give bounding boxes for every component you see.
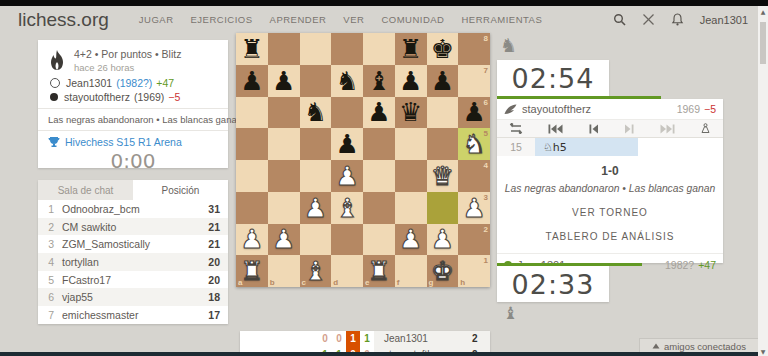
nav-item-aprender[interactable]: APRENDER: [270, 14, 327, 25]
square-g3[interactable]: [427, 192, 459, 224]
coord-rank-6: 6: [484, 98, 488, 107]
standings-score: 20: [208, 256, 220, 268]
current-move[interactable]: ♘h5: [535, 138, 638, 156]
square-e6[interactable]: ♟: [363, 97, 395, 129]
standings-row[interactable]: 6vjap5518: [38, 288, 228, 306]
analysis-board-link[interactable]: TABLERO DE ANÁLISIS: [497, 231, 723, 242]
header-right: Jean1301: [613, 13, 748, 27]
black-pawn: ♟: [268, 65, 300, 97]
coord-file-g: g: [429, 278, 434, 287]
result-text: Las negras abandonaron • Las blancas gan…: [38, 114, 228, 125]
square-d5[interactable]: ♟: [331, 128, 363, 160]
standings-row[interactable]: 3ZGM_Samostically21: [38, 235, 228, 253]
black-player-line: stayoutoftherz (1969) −5: [50, 91, 228, 103]
tournament-link[interactable]: Hivechess S15 R1 Arena: [38, 136, 228, 148]
black-player-rating: (1969): [134, 91, 164, 103]
standings-row[interactable]: 1Odnoobraz_bcm31: [38, 200, 228, 218]
square-c1[interactable]: ♝c: [300, 255, 332, 287]
square-a5[interactable]: [236, 128, 268, 160]
bottom-dark-bar: [0, 352, 758, 356]
square-d4[interactable]: ♟: [331, 160, 363, 192]
black-bishop: ♝: [363, 65, 395, 97]
black-player-rating: 1969: [677, 103, 700, 115]
scrollbar-thumb[interactable]: [760, 22, 766, 64]
black-pawn: ♟: [363, 97, 395, 129]
standings-player: tortyllan: [62, 256, 99, 268]
square-a2[interactable]: ♟: [236, 224, 268, 256]
divider: [38, 108, 228, 109]
square-e8[interactable]: [363, 33, 395, 65]
tab-posicion[interactable]: Posición: [133, 180, 228, 200]
standings-score: 21: [208, 238, 220, 250]
standings-rank: 7: [38, 309, 54, 321]
square-b4[interactable]: [268, 160, 300, 192]
standings-rank: 2: [38, 221, 54, 233]
square-b8[interactable]: [268, 33, 300, 65]
white-pawn: ♟: [395, 224, 427, 256]
black-color-icon: [50, 93, 58, 101]
move-controls: [497, 120, 723, 138]
square-f6[interactable]: ♛: [395, 97, 427, 129]
square-b3[interactable]: [268, 192, 300, 224]
square-e4[interactable]: [363, 160, 395, 192]
square-d3[interactable]: ♝: [331, 192, 363, 224]
square-b1[interactable]: b: [268, 255, 300, 287]
black-pawn: ♟: [331, 128, 363, 160]
coord-file-d: d: [333, 278, 338, 287]
main-nav: JUGAR EJERCICIOS APRENDER VER COMUNIDAD …: [139, 14, 542, 25]
black-player-name[interactable]: stayoutoftherz: [522, 103, 591, 115]
square-g7[interactable]: ♟: [427, 65, 459, 97]
square-e2[interactable]: [363, 224, 395, 256]
game-score-cell[interactable]: 1: [346, 331, 360, 347]
tournament-standings: 1Odnoobraz_bcm312CM sawkito213ZGM_Samost…: [38, 200, 228, 324]
coord-file-c: c: [302, 278, 306, 287]
standings-rank: 5: [38, 274, 54, 286]
square-h8[interactable]: 8: [458, 33, 490, 65]
square-c8[interactable]: [300, 33, 332, 65]
standings-player: FCastro17: [62, 274, 111, 286]
standings-score: 20: [208, 274, 220, 286]
score-sheet-row[interactable]: 0011Jean13012: [240, 331, 490, 347]
black-pawn: ♟: [427, 65, 459, 97]
friends-online-toggle[interactable]: amigos conectados: [639, 338, 758, 353]
result-reason: Las negras abandonaron • Las blancas gan…: [497, 183, 723, 194]
square-c5[interactable]: [300, 128, 332, 160]
last-move-icon[interactable]: [660, 124, 675, 134]
square-f3[interactable]: [395, 192, 427, 224]
white-color-icon: [50, 78, 60, 88]
game-result: 1-0: [497, 164, 723, 178]
square-g1[interactable]: ♚g: [427, 255, 459, 287]
square-f1[interactable]: f: [395, 255, 427, 287]
square-c2[interactable]: [300, 224, 332, 256]
blitz-flame-icon: [48, 49, 66, 73]
coord-rank-1: 1: [484, 256, 488, 265]
black-knight: ♞: [331, 65, 363, 97]
standings-score: 21: [208, 221, 220, 233]
coord-rank-4: 4: [484, 161, 488, 170]
white-queen: ♛: [427, 160, 459, 192]
square-d1[interactable]: d: [331, 255, 363, 287]
tournament-timer: 0:00: [38, 149, 228, 173]
sheet-player-total: 2: [472, 331, 490, 347]
flip-board-icon[interactable]: [509, 123, 523, 134]
square-e7[interactable]: ♝: [363, 65, 395, 97]
spacer: [240, 331, 318, 347]
square-d2[interactable]: [331, 224, 363, 256]
sheet-player-name: Jean1301: [374, 331, 472, 347]
coord-rank-3: 3: [484, 193, 488, 202]
chess-board: ♜♜♚8♟♟♞♝♟♟7♞♟♛♟6♟♞5♟♛4♟♝♟3♟♟♟♟2♜ab♝cd♜ef…: [236, 33, 490, 287]
white-pawn: ♟: [236, 224, 268, 256]
standings-player: emichessmaster: [62, 309, 138, 321]
white-player-rating: (1982?): [116, 77, 152, 89]
square-a7[interactable]: ♟: [236, 65, 268, 97]
coord-rank-7: 7: [484, 66, 488, 75]
standings-player: Odnoobraz_bcm: [62, 203, 140, 215]
captured-bishop-icon: ♝: [503, 303, 518, 323]
move-list-row: 15 ♘h5: [497, 138, 723, 156]
white-player-rating: 1982?: [665, 259, 694, 271]
coord-rank-8: 8: [484, 34, 488, 43]
white-bishop: ♝: [331, 192, 363, 224]
nav-item-comunidad[interactable]: COMUNIDAD: [381, 14, 444, 25]
trophy-icon: [48, 136, 60, 148]
game-side-panel: stayoutoftherz 1969 −5 1: [497, 99, 723, 263]
square-b7[interactable]: ♟: [268, 65, 300, 97]
nav-item-jugar[interactable]: JUGAR: [139, 14, 174, 25]
square-a1[interactable]: ♜a: [236, 255, 268, 287]
coord-file-a: a: [238, 278, 242, 287]
white-pawn: ♟: [427, 224, 459, 256]
standings-row[interactable]: 7emichessmaster17: [38, 306, 228, 324]
square-f4[interactable]: [395, 160, 427, 192]
coord-rank-2: 2: [484, 225, 488, 234]
square-h2[interactable]: 2: [458, 224, 490, 256]
square-e1[interactable]: ♜e: [363, 255, 395, 287]
game-score-cell[interactable]: 1: [360, 331, 374, 347]
black-rook: ♜: [395, 33, 427, 65]
square-f8[interactable]: ♜: [395, 33, 427, 65]
collapse-up-icon: [652, 343, 660, 349]
square-f7[interactable]: ♟: [395, 65, 427, 97]
coord-file-f: f: [397, 278, 400, 287]
scroll-up-arrow[interactable]: ▲: [758, 6, 768, 16]
square-g4[interactable]: ♛: [427, 160, 459, 192]
coord-rank-5: 5: [484, 129, 488, 138]
nav-item-herramientas[interactable]: HERRAMIENTAS: [461, 14, 542, 25]
white-rating-delta: +47: [698, 259, 716, 271]
challenges-icon[interactable]: [642, 13, 656, 27]
scroll-down-arrow[interactable]: ▼: [758, 346, 768, 356]
black-rook: ♜: [236, 33, 268, 65]
nav-item-ver[interactable]: VER: [343, 14, 364, 25]
standings-player: ZGM_Samostically: [62, 238, 150, 250]
square-c7[interactable]: [300, 65, 332, 97]
coord-file-e: e: [365, 278, 369, 287]
tournament-name[interactable]: Hivechess S15 R1 Arena: [65, 136, 182, 148]
square-c6[interactable]: ♞: [300, 97, 332, 129]
black-pawn: ♟: [395, 65, 427, 97]
square-d7[interactable]: ♞: [331, 65, 363, 97]
view-tournament-link[interactable]: VER TORNEO: [497, 207, 723, 218]
square-h3[interactable]: ♟3: [458, 192, 490, 224]
standings-row[interactable]: 2CM sawkito21: [38, 218, 228, 236]
square-f5[interactable]: [395, 128, 427, 160]
standings-rank: 4: [38, 256, 54, 268]
square-h1[interactable]: 1h: [458, 255, 490, 287]
standings-score: 31: [208, 203, 220, 215]
site-header: lichess.org JUGAR EJERCICIOS APRENDER VE…: [0, 6, 758, 33]
standings-player: CM sawkito: [62, 221, 116, 233]
white-rating-delta: +47: [156, 77, 174, 89]
white-pawn: ♟: [331, 160, 363, 192]
black-clock: 02:54: [497, 60, 609, 96]
nav-item-ejercicios[interactable]: EJERCICIOS: [191, 14, 253, 25]
square-h4[interactable]: 4: [458, 160, 490, 192]
game-score-cell[interactable]: 0: [318, 331, 332, 347]
square-h5[interactable]: ♞5: [458, 128, 490, 160]
black-pawn: ♟: [236, 65, 268, 97]
square-g6[interactable]: [427, 97, 459, 129]
search-icon[interactable]: [613, 13, 627, 27]
black-player-name[interactable]: stayoutoftherz: [64, 91, 130, 103]
time-control-label: 4+2 • Por puntos • Blitz: [74, 48, 181, 60]
square-a3[interactable]: [236, 192, 268, 224]
analysis-flask-icon[interactable]: [700, 123, 711, 134]
standings-row[interactable]: 4tortyllan20: [38, 253, 228, 271]
white-player-name[interactable]: Jean1301: [66, 77, 112, 89]
white-pawn: ♟: [268, 224, 300, 256]
square-e3[interactable]: [363, 192, 395, 224]
square-h6[interactable]: ♟6: [458, 97, 490, 129]
username-menu[interactable]: Jean1301: [700, 14, 748, 26]
standings-rank: 6: [38, 291, 54, 303]
friends-online-label: amigos conectados: [664, 341, 746, 352]
square-b6[interactable]: [268, 97, 300, 129]
coord-file-b: b: [270, 278, 275, 287]
square-d8[interactable]: [331, 33, 363, 65]
standings-player: vjap55: [62, 291, 93, 303]
square-a4[interactable]: [236, 160, 268, 192]
game-meta-card: 4+2 • Por puntos • Blitz hace 26 horas J…: [38, 40, 228, 168]
previous-move-icon[interactable]: [589, 124, 599, 134]
standings-rank: 3: [38, 238, 54, 250]
square-b5[interactable]: [268, 128, 300, 160]
page-scrollbar: ▲ ▼: [758, 6, 768, 356]
square-g8[interactable]: ♚: [427, 33, 459, 65]
game-score-cell[interactable]: 0: [332, 331, 346, 347]
black-rating-delta: −5: [168, 91, 180, 103]
notifications-bell-icon[interactable]: [671, 13, 685, 27]
black-rating-delta: −5: [704, 103, 716, 115]
square-c4[interactable]: [300, 160, 332, 192]
game-age-label: hace 26 horas: [74, 62, 181, 73]
move-number: 15: [497, 138, 535, 156]
square-g5[interactable]: [427, 128, 459, 160]
square-h7[interactable]: 7: [458, 65, 490, 97]
square-a8[interactable]: ♜: [236, 33, 268, 65]
white-pawn: ♟: [300, 192, 332, 224]
first-move-icon[interactable]: [548, 124, 563, 134]
chat-tabs: Sala de chat Posición: [38, 180, 228, 200]
square-f2[interactable]: ♟: [395, 224, 427, 256]
black-knight: ♞: [300, 97, 332, 129]
square-g2[interactable]: ♟: [427, 224, 459, 256]
next-move-icon[interactable]: [624, 124, 634, 134]
square-e5[interactable]: [363, 128, 395, 160]
white-player-line: Jean1301 (1982?) +47: [50, 77, 228, 89]
chat-standings-card: Sala de chat Posición 1Odnoobraz_bcm312C…: [38, 180, 228, 324]
black-player-row: stayoutoftherz 1969 −5: [497, 99, 723, 120]
square-d6[interactable]: [331, 97, 363, 129]
divider: [38, 130, 228, 131]
square-b2[interactable]: ♟: [268, 224, 300, 256]
standings-row[interactable]: 5FCastro1720: [38, 271, 228, 289]
berserk-wing-icon: [504, 104, 517, 115]
standings-score: 17: [208, 309, 220, 321]
black-queen: ♛: [395, 97, 427, 129]
white-clock: 02:33: [497, 266, 609, 302]
lichess-logo[interactable]: lichess.org: [18, 9, 109, 31]
standings-rank: 1: [38, 203, 54, 215]
square-c3[interactable]: ♟: [300, 192, 332, 224]
standings-score: 18: [208, 291, 220, 303]
coord-file-h: h: [460, 278, 465, 287]
lichess-game-page: lichess.org JUGAR EJERCICIOS APRENDER VE…: [0, 0, 768, 356]
tab-sala-de-chat[interactable]: Sala de chat: [38, 180, 133, 200]
square-a6[interactable]: [236, 97, 268, 129]
black-king: ♚: [427, 33, 459, 65]
captured-knight-icon: ♞: [500, 34, 517, 56]
